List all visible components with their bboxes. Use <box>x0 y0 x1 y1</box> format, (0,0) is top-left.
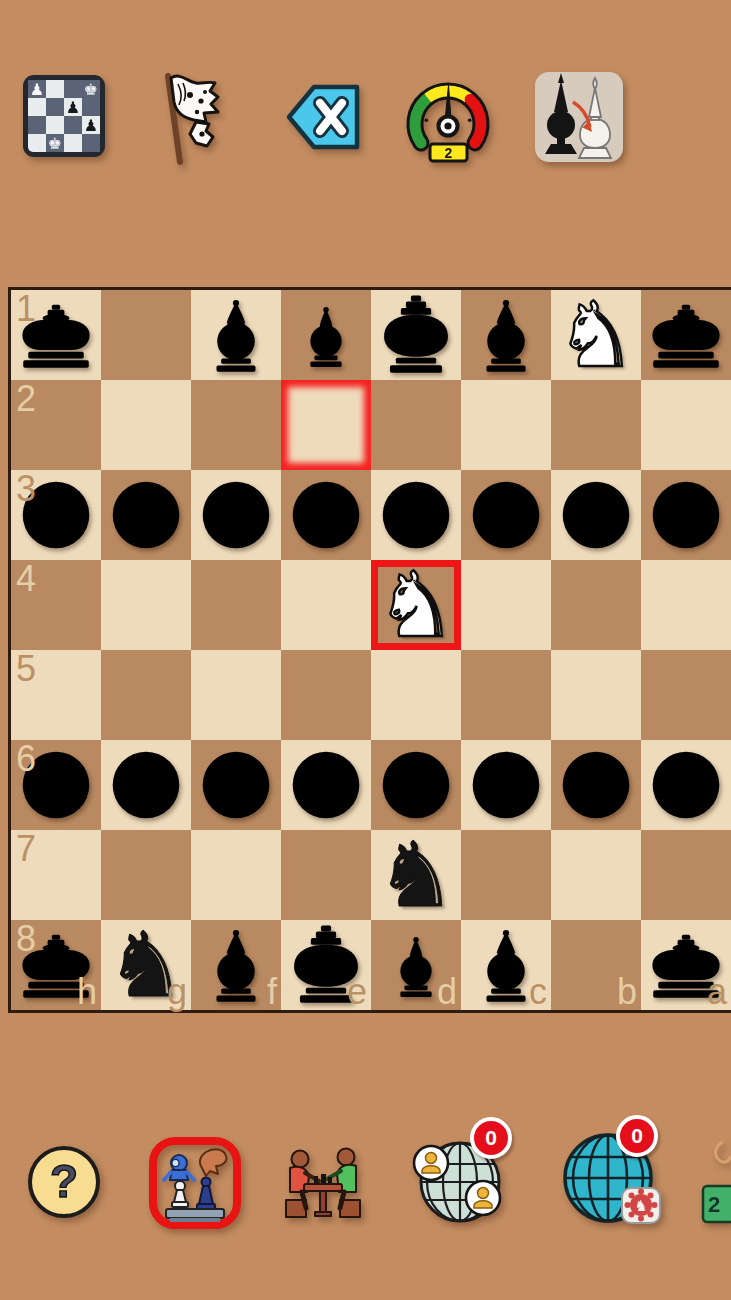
local-two-player-button[interactable] <box>276 1146 370 1226</box>
file-label-b: b <box>617 974 637 1010</box>
square-h7[interactable]: 7 <box>11 830 101 920</box>
side-tile-value: 2 <box>708 1192 720 1217</box>
square-b6[interactable] <box>551 740 641 830</box>
online-engines-badge: 0 <box>616 1115 658 1157</box>
file-label-e: e <box>347 974 367 1010</box>
robot-hand-icon <box>153 1141 237 1225</box>
square-d1[interactable] <box>371 290 461 380</box>
square-g7[interactable] <box>101 830 191 920</box>
svg-text:♟: ♟ <box>84 116 98 135</box>
square-d6[interactable] <box>371 740 461 830</box>
square-a4[interactable] <box>641 560 731 650</box>
square-c3[interactable] <box>461 470 551 560</box>
square-g1[interactable] <box>101 290 191 380</box>
rank-label-2: 2 <box>16 380 36 418</box>
square-e3[interactable] <box>281 470 371 560</box>
square-d8[interactable]: d <box>371 920 461 1010</box>
file-label-f: f <box>267 974 277 1010</box>
back-x-icon <box>289 87 357 147</box>
piece-black-pawn-bia <box>199 748 273 822</box>
square-c4[interactable] <box>461 560 551 650</box>
piece-white-knight: ♞ <box>556 290 637 380</box>
rank-label-8: 8 <box>16 920 36 958</box>
square-f7[interactable] <box>191 830 281 920</box>
square-e1[interactable] <box>281 290 371 380</box>
square-b2[interactable] <box>551 380 641 470</box>
square-a3[interactable] <box>641 470 731 560</box>
square-c1[interactable] <box>461 290 551 380</box>
square-c6[interactable] <box>461 740 551 830</box>
piece-white-king-khun <box>374 293 458 377</box>
rank-label-5: 5 <box>16 650 36 688</box>
piece-white-pawn-bia <box>199 478 273 552</box>
square-d2[interactable] <box>371 380 461 470</box>
piece-black-knight: ♞ <box>376 830 457 920</box>
square-h6[interactable]: 6 <box>11 740 101 830</box>
piece-black-bishop-khon <box>197 926 275 1004</box>
square-c2[interactable] <box>461 380 551 470</box>
online-players-badge: 0 <box>470 1117 512 1159</box>
square-b7[interactable] <box>551 830 641 920</box>
square-e8[interactable]: e <box>281 920 371 1010</box>
square-g4[interactable] <box>101 560 191 650</box>
square-g2[interactable] <box>101 380 191 470</box>
rank-label-6: 6 <box>16 740 36 778</box>
square-f1[interactable] <box>191 290 281 380</box>
rank-label-4: 4 <box>16 560 36 598</box>
square-h2[interactable]: 2 <box>11 380 101 470</box>
square-b1[interactable]: ♞ <box>551 290 641 380</box>
piece-white-pawn-bia <box>559 478 633 552</box>
file-label-h: h <box>77 974 97 1010</box>
piece-black-pawn-bia <box>559 748 633 822</box>
file-label-a: a <box>707 974 727 1010</box>
piece-white-bishop-khon <box>197 296 275 374</box>
chessboard-icon: ♟ ♚ ♟ ♟ ♚ <box>23 75 105 157</box>
resign-button[interactable] <box>148 68 240 168</box>
square-e7[interactable] <box>281 830 371 920</box>
square-e4[interactable] <box>281 560 371 650</box>
green-tile-icon: 2 <box>703 1142 731 1222</box>
square-e6[interactable] <box>281 740 371 830</box>
square-c5[interactable] <box>461 650 551 740</box>
square-a7[interactable] <box>641 830 731 920</box>
piece-black-pawn-bia <box>649 748 723 822</box>
piece-black-pawn-bia <box>379 748 453 822</box>
square-d7[interactable]: ♞ <box>371 830 461 920</box>
svg-text:♚: ♚ <box>84 80 98 99</box>
piece-white-bishop-khon <box>467 296 545 374</box>
vs-computer-button[interactable] <box>148 1136 242 1230</box>
square-b8[interactable]: b <box>551 920 641 1010</box>
file-label-g: g <box>167 974 187 1010</box>
square-h4[interactable]: 4 <box>11 560 101 650</box>
help-button[interactable]: ? <box>26 1144 102 1220</box>
rank-label-7: 7 <box>16 830 36 868</box>
square-e2[interactable] <box>281 380 371 470</box>
square-f8[interactable]: f <box>191 920 281 1010</box>
svg-text:♟: ♟ <box>66 98 80 117</box>
side-tile-button[interactable]: 2 <box>701 1138 731 1228</box>
square-a5[interactable] <box>641 650 731 740</box>
square-d5[interactable] <box>371 650 461 740</box>
piece-black-pawn-bia <box>109 748 183 822</box>
rank-label-3: 3 <box>16 470 36 508</box>
square-f5[interactable] <box>191 650 281 740</box>
rank-label-1: 1 <box>16 290 36 328</box>
square-f6[interactable] <box>191 740 281 830</box>
players-table-icon <box>286 1149 360 1218</box>
piece-white-pawn-bia <box>289 478 363 552</box>
white-flag-icon <box>168 76 218 162</box>
speedometer-icon: 2 <box>415 85 481 161</box>
square-a8[interactable]: a <box>641 920 731 1010</box>
makruk-board: 1♞234♞567♞8hg♞fedcba <box>8 287 731 1013</box>
piece-white-knight: ♞ <box>376 560 457 650</box>
square-d4[interactable]: ♞ <box>371 560 461 650</box>
square-g5[interactable] <box>101 650 191 740</box>
question-mark-glyph: ? <box>50 1155 78 1207</box>
square-b3[interactable] <box>551 470 641 560</box>
piece-white-pawn-bia <box>379 478 453 552</box>
question-mark-icon: ? <box>30 1148 98 1216</box>
piece-white-queen-met <box>292 301 360 369</box>
square-g8[interactable]: g♞ <box>101 920 191 1010</box>
piece-white-pawn-bia <box>469 478 543 552</box>
piece-white-pawn-bia <box>109 478 183 552</box>
switch-sides-button[interactable] <box>533 70 625 164</box>
square-h5[interactable]: 5 <box>11 650 101 740</box>
piece-black-pawn-bia <box>289 748 363 822</box>
square-g6[interactable] <box>101 740 191 830</box>
square-e5[interactable] <box>281 650 371 740</box>
engine-level-value: 2 <box>445 145 453 161</box>
svg-text:♟: ♟ <box>30 80 44 99</box>
square-c8[interactable]: c <box>461 920 551 1010</box>
engine-level-button[interactable]: 2 <box>402 72 496 164</box>
square-b4[interactable] <box>551 560 641 650</box>
square-f4[interactable] <box>191 560 281 650</box>
square-c7[interactable] <box>461 830 551 920</box>
square-d3[interactable] <box>371 470 461 560</box>
square-h3[interactable]: 3 <box>11 470 101 560</box>
swap-pieces-icon <box>535 72 623 162</box>
square-a1[interactable] <box>641 290 731 380</box>
board-setup-button[interactable]: ♟ ♚ ♟ ♟ ♚ <box>20 72 108 160</box>
square-f2[interactable] <box>191 380 281 470</box>
square-a2[interactable] <box>641 380 731 470</box>
svg-text:♚: ♚ <box>48 134 62 153</box>
square-b5[interactable] <box>551 650 641 740</box>
square-h1[interactable]: 1 <box>11 290 101 380</box>
engine-knight-glyph: ♞ <box>634 1197 647 1215</box>
file-label-c: c <box>529 974 547 1010</box>
square-f3[interactable] <box>191 470 281 560</box>
back-cancel-button[interactable] <box>283 80 365 154</box>
piece-black-pawn-bia <box>469 748 543 822</box>
piece-white-pawn-bia <box>649 478 723 552</box>
square-g3[interactable] <box>101 470 191 560</box>
square-a6[interactable] <box>641 740 731 830</box>
square-h8[interactable]: 8h <box>11 920 101 1010</box>
piece-white-rook <box>644 293 728 377</box>
file-label-d: d <box>437 974 457 1010</box>
